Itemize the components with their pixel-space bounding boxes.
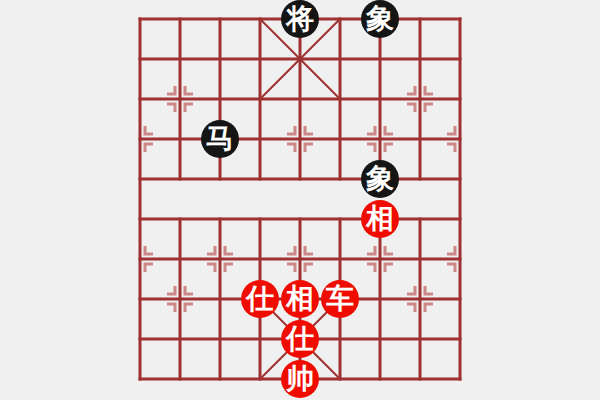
piece-red-elephant-a[interactable]: 相 — [361, 200, 399, 238]
red-elephant-a-glyph: 相 — [366, 205, 394, 233]
piece-black-elephant-a[interactable]: 象 — [361, 0, 399, 38]
board-point-6-0: 象 — [360, 0, 400, 39]
piece-red-general[interactable]: 帅 — [281, 360, 319, 398]
board-point-6-4: 象 — [360, 159, 400, 199]
piece-red-advisor-b[interactable]: 仕 — [281, 320, 319, 358]
black-horse-glyph: 马 — [206, 125, 234, 153]
xiangqi-board: 将象马象相仕相车仕帅 — [0, 0, 600, 400]
black-general-glyph: 将 — [286, 5, 314, 33]
piece-black-general[interactable]: 将 — [281, 0, 319, 38]
board-point-3-7: 仕 — [240, 279, 280, 319]
black-elephant-a-glyph: 象 — [366, 5, 394, 33]
board-point-5-7: 车 — [320, 279, 360, 319]
piece-black-elephant-b[interactable]: 象 — [361, 160, 399, 198]
board-point-4-7: 相 — [280, 279, 320, 319]
red-general-glyph: 帅 — [286, 365, 314, 393]
piece-red-advisor-a[interactable]: 仕 — [241, 280, 279, 318]
piece-black-horse[interactable]: 马 — [201, 120, 239, 158]
board-point-4-0: 将 — [280, 0, 320, 39]
pieces-layer: 将象马象相仕相车仕帅 — [120, 0, 480, 399]
piece-red-chariot[interactable]: 车 — [321, 280, 359, 318]
board-point-4-9: 帅 — [280, 359, 320, 399]
board-point-2-3: 马 — [200, 119, 240, 159]
board-point-6-5: 相 — [360, 199, 400, 239]
black-elephant-b-glyph: 象 — [366, 165, 394, 193]
red-elephant-b-glyph: 相 — [286, 285, 314, 313]
board-point-4-8: 仕 — [280, 319, 320, 359]
red-advisor-a-glyph: 仕 — [246, 285, 274, 313]
red-advisor-b-glyph: 仕 — [286, 325, 314, 353]
red-chariot-glyph: 车 — [326, 285, 354, 313]
piece-red-elephant-b[interactable]: 相 — [281, 280, 319, 318]
